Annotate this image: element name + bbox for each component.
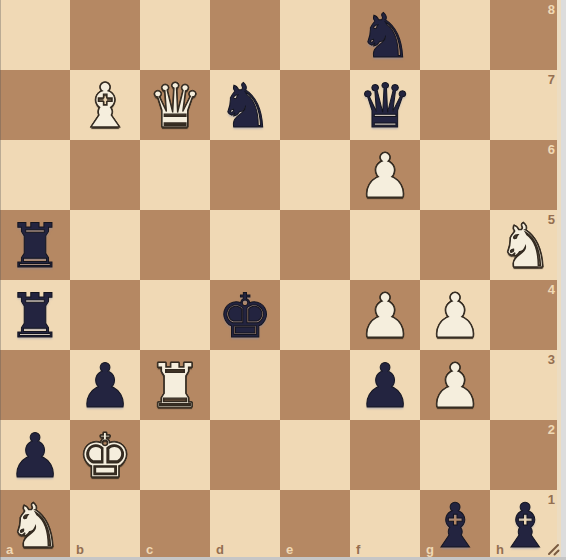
square-d8[interactable]: [210, 0, 280, 70]
square-a2[interactable]: ♟: [0, 420, 70, 490]
square-d4[interactable]: ♚: [210, 280, 280, 350]
square-d7[interactable]: ♞: [210, 70, 280, 140]
square-d3[interactable]: [210, 350, 280, 420]
square-b6[interactable]: [70, 140, 140, 210]
square-g5[interactable]: [420, 210, 490, 280]
black-bishop-g1[interactable]: ♝: [420, 490, 490, 560]
square-b8[interactable]: [70, 0, 140, 70]
square-c2[interactable]: [140, 420, 210, 490]
square-a1[interactable]: a♞: [0, 490, 70, 560]
white-pawn-f6[interactable]: ♟: [350, 140, 420, 210]
square-d5[interactable]: [210, 210, 280, 280]
square-h6[interactable]: 6: [490, 140, 560, 210]
square-f6[interactable]: ♟: [350, 140, 420, 210]
black-rook-a5[interactable]: ♜: [0, 210, 70, 280]
page-background-right: [561, 0, 566, 560]
black-king-d4[interactable]: ♚: [210, 280, 280, 350]
square-c6[interactable]: [140, 140, 210, 210]
square-a3[interactable]: [0, 350, 70, 420]
square-a4[interactable]: ♜: [0, 280, 70, 350]
black-queen-f7[interactable]: ♛: [350, 70, 420, 140]
square-g7[interactable]: [420, 70, 490, 140]
square-g1[interactable]: g♝: [420, 490, 490, 560]
black-pawn-f3[interactable]: ♟: [350, 350, 420, 420]
white-pawn-g4[interactable]: ♟: [420, 280, 490, 350]
square-d1[interactable]: d: [210, 490, 280, 560]
square-c1[interactable]: c: [140, 490, 210, 560]
black-knight-f8[interactable]: ♞: [350, 0, 420, 70]
square-e2[interactable]: [280, 420, 350, 490]
window-left-edge: [0, 0, 1, 560]
rank-label-6: 6: [548, 143, 555, 156]
square-f8[interactable]: ♞: [350, 0, 420, 70]
file-label-e: e: [286, 543, 293, 556]
white-rook-c3[interactable]: ♜: [140, 350, 210, 420]
square-f1[interactable]: f: [350, 490, 420, 560]
black-knight-d7[interactable]: ♞: [210, 70, 280, 140]
square-e1[interactable]: e: [280, 490, 350, 560]
square-e4[interactable]: [280, 280, 350, 350]
square-b4[interactable]: [70, 280, 140, 350]
square-d2[interactable]: [210, 420, 280, 490]
rank-label-2: 2: [548, 423, 555, 436]
file-label-c: c: [146, 543, 153, 556]
rank-label-3: 3: [548, 353, 555, 366]
square-h8[interactable]: 8: [490, 0, 560, 70]
square-f4[interactable]: ♟: [350, 280, 420, 350]
black-pawn-a2[interactable]: ♟: [0, 420, 70, 490]
square-a8[interactable]: [0, 0, 70, 70]
square-g4[interactable]: ♟: [420, 280, 490, 350]
black-rook-a4[interactable]: ♜: [0, 280, 70, 350]
black-pawn-b3[interactable]: ♟: [70, 350, 140, 420]
file-label-b: b: [76, 543, 84, 556]
square-h7[interactable]: 7: [490, 70, 560, 140]
square-b3[interactable]: ♟: [70, 350, 140, 420]
file-label-d: d: [216, 543, 224, 556]
square-f2[interactable]: [350, 420, 420, 490]
white-pawn-g3[interactable]: ♟: [420, 350, 490, 420]
white-knight-a1[interactable]: ♞: [0, 490, 70, 560]
square-b7[interactable]: ♝: [70, 70, 140, 140]
square-e3[interactable]: [280, 350, 350, 420]
square-b2[interactable]: ♚: [70, 420, 140, 490]
square-d6[interactable]: [210, 140, 280, 210]
square-f7[interactable]: ♛: [350, 70, 420, 140]
white-knight-h5[interactable]: ♞: [490, 210, 560, 280]
square-g6[interactable]: [420, 140, 490, 210]
square-c7[interactable]: ♛: [140, 70, 210, 140]
square-c5[interactable]: [140, 210, 210, 280]
square-g8[interactable]: [420, 0, 490, 70]
square-h4[interactable]: 4: [490, 280, 560, 350]
board-resize-handle-icon[interactable]: [545, 541, 560, 556]
square-b1[interactable]: b: [70, 490, 140, 560]
square-g3[interactable]: ♟: [420, 350, 490, 420]
square-b5[interactable]: [70, 210, 140, 280]
square-c4[interactable]: [140, 280, 210, 350]
square-e7[interactable]: [280, 70, 350, 140]
rank-label-8: 8: [548, 3, 555, 16]
square-f3[interactable]: ♟: [350, 350, 420, 420]
rank-label-4: 4: [548, 283, 555, 296]
white-pawn-f4[interactable]: ♟: [350, 280, 420, 350]
square-a5[interactable]: ♜: [0, 210, 70, 280]
rank-label-7: 7: [548, 73, 555, 86]
square-a6[interactable]: [0, 140, 70, 210]
white-queen-c7[interactable]: ♛: [140, 70, 210, 140]
square-c8[interactable]: [140, 0, 210, 70]
square-h2[interactable]: 2: [490, 420, 560, 490]
square-h5[interactable]: 5♞: [490, 210, 560, 280]
square-h3[interactable]: 3: [490, 350, 560, 420]
square-e5[interactable]: [280, 210, 350, 280]
square-f5[interactable]: [350, 210, 420, 280]
square-c3[interactable]: ♜: [140, 350, 210, 420]
square-a7[interactable]: [0, 70, 70, 140]
white-king-b2[interactable]: ♚: [70, 420, 140, 490]
square-g2[interactable]: [420, 420, 490, 490]
chess-board: ♞8♝♛♞♛7♟6♜5♞♜♚♟♟4♟♜♟♟3♟♚2a♞bcdefg♝1h♝: [0, 0, 560, 560]
square-e6[interactable]: [280, 140, 350, 210]
chess-app-viewport: ♞8♝♛♞♛7♟6♜5♞♜♚♟♟4♟♜♟♟3♟♚2a♞bcdefg♝1h♝: [0, 0, 566, 560]
file-label-f: f: [356, 543, 360, 556]
square-e8[interactable]: [280, 0, 350, 70]
white-bishop-b7[interactable]: ♝: [70, 70, 140, 140]
